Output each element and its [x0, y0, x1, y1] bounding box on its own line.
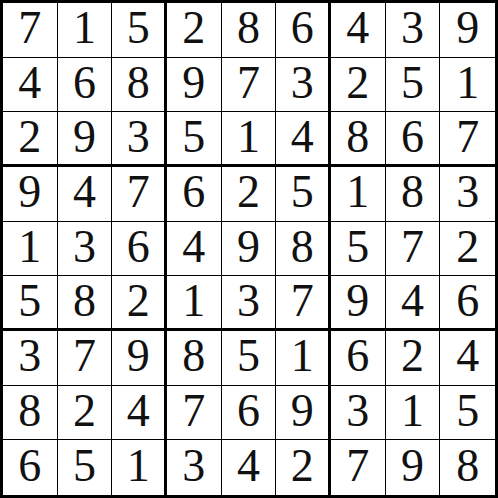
cell-r9c7[interactable]: 7: [331, 440, 386, 495]
cell-r7c5[interactable]: 5: [222, 331, 277, 386]
cell-r4c2[interactable]: 4: [58, 167, 113, 222]
cell-r3c2[interactable]: 9: [58, 112, 113, 167]
cell-r4c6[interactable]: 5: [276, 167, 331, 222]
cell-r5c4[interactable]: 4: [167, 222, 222, 277]
cell-r8c2[interactable]: 2: [58, 386, 113, 441]
cell-r5c7[interactable]: 5: [331, 222, 386, 277]
cell-r5c2[interactable]: 3: [58, 222, 113, 277]
cell-r4c7[interactable]: 1: [331, 167, 386, 222]
cell-r5c6[interactable]: 8: [276, 222, 331, 277]
cell-r3c7[interactable]: 8: [331, 112, 386, 167]
cell-r7c8[interactable]: 2: [386, 331, 441, 386]
cell-r7c1[interactable]: 3: [3, 331, 58, 386]
cell-r9c5[interactable]: 4: [222, 440, 277, 495]
cell-r1c8[interactable]: 3: [386, 3, 441, 58]
cell-r5c9[interactable]: 2: [440, 222, 495, 277]
cell-r5c8[interactable]: 7: [386, 222, 441, 277]
cell-r5c3[interactable]: 6: [112, 222, 167, 277]
cell-r8c8[interactable]: 1: [386, 386, 441, 441]
cell-r3c3[interactable]: 3: [112, 112, 167, 167]
cell-r2c9[interactable]: 1: [440, 58, 495, 113]
cell-r8c3[interactable]: 4: [112, 386, 167, 441]
cell-r7c2[interactable]: 7: [58, 331, 113, 386]
cell-r4c1[interactable]: 9: [3, 167, 58, 222]
cell-r6c3[interactable]: 2: [112, 276, 167, 331]
cell-r2c6[interactable]: 3: [276, 58, 331, 113]
cell-r7c9[interactable]: 4: [440, 331, 495, 386]
cell-r3c6[interactable]: 4: [276, 112, 331, 167]
cell-r2c4[interactable]: 9: [167, 58, 222, 113]
cell-r5c5[interactable]: 9: [222, 222, 277, 277]
cell-r6c9[interactable]: 6: [440, 276, 495, 331]
cell-r6c5[interactable]: 3: [222, 276, 277, 331]
cell-r4c3[interactable]: 7: [112, 167, 167, 222]
cell-r9c2[interactable]: 5: [58, 440, 113, 495]
cell-r9c3[interactable]: 1: [112, 440, 167, 495]
cell-r2c3[interactable]: 8: [112, 58, 167, 113]
cell-r9c9[interactable]: 8: [440, 440, 495, 495]
cell-r3c1[interactable]: 2: [3, 112, 58, 167]
cell-r2c1[interactable]: 4: [3, 58, 58, 113]
cell-r9c1[interactable]: 6: [3, 440, 58, 495]
cell-r7c6[interactable]: 1: [276, 331, 331, 386]
cell-r8c4[interactable]: 7: [167, 386, 222, 441]
cell-r9c4[interactable]: 3: [167, 440, 222, 495]
cell-r8c5[interactable]: 6: [222, 386, 277, 441]
cell-r3c8[interactable]: 6: [386, 112, 441, 167]
cell-r2c5[interactable]: 7: [222, 58, 277, 113]
cell-r7c3[interactable]: 9: [112, 331, 167, 386]
cell-r6c7[interactable]: 9: [331, 276, 386, 331]
cell-r4c5[interactable]: 2: [222, 167, 277, 222]
cell-r7c7[interactable]: 6: [331, 331, 386, 386]
cell-r1c3[interactable]: 5: [112, 3, 167, 58]
cell-r5c1[interactable]: 1: [3, 222, 58, 277]
cell-r3c9[interactable]: 7: [440, 112, 495, 167]
cell-r1c6[interactable]: 6: [276, 3, 331, 58]
cell-r1c4[interactable]: 2: [167, 3, 222, 58]
cell-r8c6[interactable]: 9: [276, 386, 331, 441]
sudoku-board: 7152864394689732512935148679476251831364…: [0, 0, 498, 498]
cell-r6c1[interactable]: 5: [3, 276, 58, 331]
cell-r2c2[interactable]: 6: [58, 58, 113, 113]
cell-r9c8[interactable]: 9: [386, 440, 441, 495]
cell-r8c7[interactable]: 3: [331, 386, 386, 441]
cell-r1c5[interactable]: 8: [222, 3, 277, 58]
cell-r1c7[interactable]: 4: [331, 3, 386, 58]
cell-r7c4[interactable]: 8: [167, 331, 222, 386]
cell-r2c7[interactable]: 2: [331, 58, 386, 113]
cell-r4c8[interactable]: 8: [386, 167, 441, 222]
cell-r9c6[interactable]: 2: [276, 440, 331, 495]
cell-r6c4[interactable]: 1: [167, 276, 222, 331]
cell-r8c9[interactable]: 5: [440, 386, 495, 441]
cell-r1c9[interactable]: 9: [440, 3, 495, 58]
cell-r3c5[interactable]: 1: [222, 112, 277, 167]
cell-r4c4[interactable]: 6: [167, 167, 222, 222]
cell-r6c6[interactable]: 7: [276, 276, 331, 331]
cell-r2c8[interactable]: 5: [386, 58, 441, 113]
cell-r3c4[interactable]: 5: [167, 112, 222, 167]
cell-r1c1[interactable]: 7: [3, 3, 58, 58]
cell-r1c2[interactable]: 1: [58, 3, 113, 58]
cell-r6c8[interactable]: 4: [386, 276, 441, 331]
cell-r6c2[interactable]: 8: [58, 276, 113, 331]
cell-r8c1[interactable]: 8: [3, 386, 58, 441]
cell-r4c9[interactable]: 3: [440, 167, 495, 222]
